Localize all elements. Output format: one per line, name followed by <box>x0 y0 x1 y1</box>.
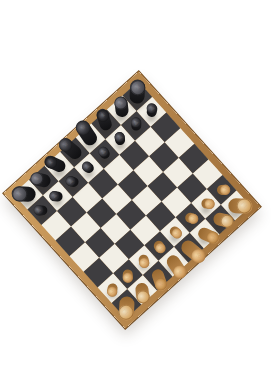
pieces-layer: ♜♞♝♛♚♝♞♜♟♟♟♟♟♟♟♟♙♙♙♙♙♙♙♙♖♘♗♕♔♗♘♖ <box>3 71 260 328</box>
white-pawn-glyph: ♙ <box>107 287 116 296</box>
white-rook-glyph: ♖ <box>240 201 249 210</box>
black-pawn-glyph: ♟ <box>50 191 59 200</box>
black-king-glyph: ♚ <box>79 123 88 132</box>
white-pawn-glyph: ♙ <box>188 214 197 223</box>
white-pawn-glyph: ♙ <box>221 185 230 194</box>
white-pawn-glyph: ♙ <box>140 258 149 267</box>
black-bishop-glyph: ♝ <box>98 111 107 120</box>
white-bishop-glyph: ♗ <box>156 280 165 289</box>
white-rook-glyph: ♖ <box>121 308 130 317</box>
white-pawn-glyph: ♙ <box>156 243 165 252</box>
white-knight-glyph: ♘ <box>222 216 231 225</box>
chess-board: ♜♞♝♛♚♝♞♜♟♟♟♟♟♟♟♟♙♙♙♙♙♙♙♙♖♘♗♕♔♗♘♖ <box>3 71 260 328</box>
white-queen-glyph: ♕ <box>175 267 184 276</box>
white-bishop-glyph: ♗ <box>209 233 218 242</box>
black-pawn-glyph: ♟ <box>82 162 91 171</box>
black-knight-glyph: ♞ <box>116 99 125 108</box>
white-knight-glyph: ♘ <box>138 292 147 301</box>
black-pawn-glyph: ♟ <box>115 133 124 142</box>
photo-background: ♜♞♝♛♚♝♞♜♟♟♟♟♟♟♟♟♙♙♙♙♙♙♙♙♖♘♗♕♔♗♘♖ <box>0 0 275 367</box>
black-rook-glyph: ♜ <box>133 82 142 91</box>
black-knight-glyph: ♞ <box>32 174 41 183</box>
black-pawn-glyph: ♟ <box>99 147 108 156</box>
black-rook-glyph: ♜ <box>15 189 24 198</box>
white-pawn-glyph: ♙ <box>204 199 213 208</box>
black-queen-glyph: ♛ <box>61 140 70 149</box>
black-pawn-glyph: ♟ <box>66 177 75 186</box>
white-pawn-glyph: ♙ <box>172 229 181 238</box>
white-king-glyph: ♔ <box>194 251 203 260</box>
black-bishop-glyph: ♝ <box>46 158 55 167</box>
white-pawn-glyph: ♙ <box>123 272 132 281</box>
